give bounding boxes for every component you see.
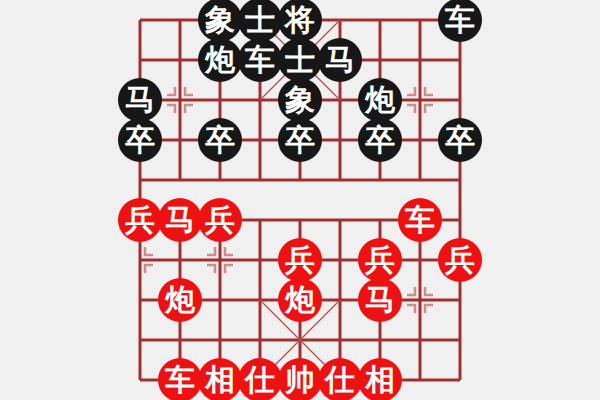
black-soldier[interactable]: 卒 bbox=[198, 118, 242, 162]
black-horse[interactable]: 马 bbox=[318, 38, 362, 82]
black-soldier[interactable]: 卒 bbox=[278, 118, 322, 162]
red-soldier[interactable]: 兵 bbox=[358, 238, 402, 282]
red-cannon[interactable]: 炮 bbox=[158, 278, 202, 322]
pieces-layer: 象士将车炮车士马马象炮卒卒卒卒卒兵马兵车兵兵兵炮炮马车相仕帅仕相 bbox=[120, 0, 480, 400]
black-cannon[interactable]: 炮 bbox=[198, 38, 242, 82]
red-elephant[interactable]: 相 bbox=[358, 358, 402, 400]
black-soldier[interactable]: 卒 bbox=[358, 118, 402, 162]
black-advisor[interactable]: 士 bbox=[278, 38, 322, 82]
red-soldier[interactable]: 兵 bbox=[438, 238, 482, 282]
red-elephant[interactable]: 相 bbox=[198, 358, 242, 400]
black-soldier[interactable]: 卒 bbox=[118, 118, 162, 162]
red-cannon[interactable]: 炮 bbox=[278, 278, 322, 322]
black-cannon[interactable]: 炮 bbox=[358, 78, 402, 122]
black-soldier[interactable]: 卒 bbox=[438, 118, 482, 162]
red-king[interactable]: 帅 bbox=[278, 358, 322, 400]
xiangqi-board: 象士将车炮车士马马象炮卒卒卒卒卒兵马兵车兵兵兵炮炮马车相仕帅仕相 bbox=[0, 0, 600, 400]
red-advisor[interactable]: 仕 bbox=[238, 358, 282, 400]
red-rook[interactable]: 车 bbox=[398, 198, 442, 242]
red-rook[interactable]: 车 bbox=[158, 358, 202, 400]
red-soldier[interactable]: 兵 bbox=[278, 238, 322, 282]
black-advisor[interactable]: 士 bbox=[238, 0, 282, 42]
black-rook[interactable]: 车 bbox=[438, 0, 482, 42]
black-elephant[interactable]: 象 bbox=[198, 0, 242, 42]
black-rook[interactable]: 车 bbox=[238, 38, 282, 82]
red-horse[interactable]: 马 bbox=[358, 278, 402, 322]
red-soldier[interactable]: 兵 bbox=[198, 198, 242, 242]
red-soldier[interactable]: 兵 bbox=[118, 198, 162, 242]
black-elephant[interactable]: 象 bbox=[278, 78, 322, 122]
red-advisor[interactable]: 仕 bbox=[318, 358, 362, 400]
black-king[interactable]: 将 bbox=[278, 0, 322, 42]
red-horse[interactable]: 马 bbox=[158, 198, 202, 242]
black-horse[interactable]: 马 bbox=[118, 78, 162, 122]
